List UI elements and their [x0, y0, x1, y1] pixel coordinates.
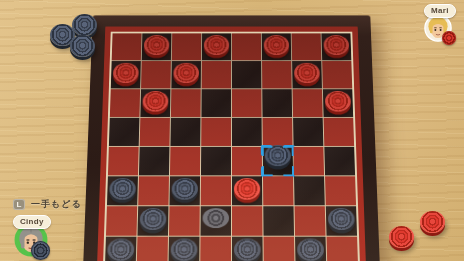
square-r1c5[interactable] — [232, 33, 261, 60]
black-piece[interactable] — [140, 208, 167, 230]
square-r4c4[interactable] — [201, 118, 231, 146]
square-r1c4[interactable] — [202, 33, 231, 60]
square-r2c2[interactable] — [141, 61, 171, 88]
l-button-icon: L — [13, 199, 25, 210]
red-piece[interactable] — [144, 35, 170, 55]
black-piece[interactable] — [297, 238, 324, 260]
square-r3c6[interactable] — [262, 89, 292, 117]
square-r6c2[interactable] — [138, 176, 169, 205]
captured-black-piece — [70, 35, 95, 57]
black-piece[interactable] — [171, 238, 198, 260]
square-r1c3[interactable] — [172, 33, 201, 60]
square-r1c6[interactable] — [262, 33, 291, 60]
square-r1c2[interactable] — [142, 33, 172, 60]
square-r7c2[interactable] — [137, 206, 168, 235]
square-r4c1[interactable] — [109, 118, 140, 146]
square-r8c3[interactable] — [168, 237, 199, 261]
square-r6c6[interactable] — [263, 176, 294, 205]
square-r2c6[interactable] — [262, 61, 292, 88]
black-piece[interactable] — [234, 238, 261, 260]
black-piece[interactable] — [172, 178, 199, 199]
square-r1c8[interactable] — [322, 33, 352, 60]
square-r6c5[interactable] — [232, 176, 262, 205]
square-r8c2[interactable] — [137, 237, 168, 261]
square-r3c2[interactable] — [140, 89, 170, 117]
square-r4c3[interactable] — [170, 118, 200, 146]
square-r5c5[interactable] — [232, 147, 262, 176]
red-piece[interactable] — [113, 62, 139, 82]
square-r5c4[interactable] — [201, 147, 231, 176]
checkers-board — [82, 15, 381, 261]
square-r1c1[interactable] — [112, 33, 142, 60]
square-r6c3[interactable] — [169, 176, 200, 205]
square-r6c4[interactable] — [201, 176, 231, 205]
current-player-name: Cindy — [13, 215, 51, 229]
black-ghost-piece — [203, 208, 230, 228]
square-r4c2[interactable] — [140, 118, 170, 146]
square-r3c8[interactable] — [323, 89, 353, 117]
square-r6c7[interactable] — [294, 176, 325, 205]
square-r2c4[interactable] — [202, 61, 231, 88]
square-r8c1[interactable] — [105, 237, 137, 261]
cindy-piece-color-badge — [31, 241, 50, 260]
black-piece[interactable] — [265, 145, 291, 166]
red-piece[interactable] — [264, 35, 290, 55]
game-stage: Mari L 一手もどる Cindy — [0, 0, 464, 261]
square-r4c6[interactable] — [263, 118, 293, 146]
square-r5c8[interactable] — [324, 147, 355, 176]
square-r6c1[interactable] — [107, 176, 138, 205]
square-r1c7[interactable] — [292, 33, 322, 60]
opponent-name: Mari — [424, 4, 456, 18]
red-piece[interactable] — [234, 178, 260, 199]
square-r2c5[interactable] — [232, 61, 261, 88]
undo-label: 一手もどる — [31, 198, 82, 211]
mari-piece-color-badge — [442, 31, 456, 45]
black-piece[interactable] — [109, 178, 136, 199]
square-r3c7[interactable] — [293, 89, 323, 117]
square-r3c1[interactable] — [110, 89, 140, 117]
red-piece[interactable] — [204, 35, 229, 55]
square-r2c1[interactable] — [111, 61, 141, 88]
red-piece[interactable] — [325, 91, 351, 112]
square-r7c7[interactable] — [295, 206, 326, 235]
square-r2c7[interactable] — [292, 61, 322, 88]
square-r8c6[interactable] — [264, 237, 295, 261]
square-r5c3[interactable] — [170, 147, 200, 176]
square-r6c8[interactable] — [325, 176, 356, 205]
square-r8c4[interactable] — [200, 237, 231, 261]
square-r7c1[interactable] — [106, 206, 137, 235]
square-r2c3[interactable] — [171, 61, 201, 88]
square-r8c7[interactable] — [295, 237, 326, 261]
square-r5c6[interactable] — [263, 147, 293, 176]
square-r7c8[interactable] — [326, 206, 357, 235]
square-r3c4[interactable] — [201, 89, 231, 117]
square-r8c8[interactable] — [327, 237, 359, 261]
square-r5c7[interactable] — [294, 147, 325, 176]
square-r5c2[interactable] — [139, 147, 170, 176]
square-r2c8[interactable] — [322, 61, 352, 88]
square-r4c5[interactable] — [232, 118, 262, 146]
undo-move-control[interactable]: L 一手もどる — [13, 198, 82, 211]
square-r3c5[interactable] — [232, 89, 262, 117]
captured-red-piece — [420, 211, 445, 233]
captured-black-piece — [72, 14, 97, 36]
square-r4c7[interactable] — [293, 118, 323, 146]
red-piece[interactable] — [173, 62, 199, 82]
board-grid — [103, 32, 360, 261]
red-piece[interactable] — [142, 91, 168, 112]
square-r7c6[interactable] — [263, 206, 294, 235]
square-r5c1[interactable] — [108, 147, 139, 176]
board-margin — [97, 27, 367, 261]
red-piece[interactable] — [323, 35, 349, 55]
square-r4c8[interactable] — [324, 118, 355, 146]
square-r7c4[interactable] — [200, 206, 231, 235]
board-frame — [82, 15, 381, 261]
black-piece[interactable] — [107, 238, 134, 260]
captured-red-piece — [389, 226, 414, 248]
red-piece[interactable] — [294, 62, 320, 82]
square-r8c5[interactable] — [232, 237, 263, 261]
black-piece[interactable] — [328, 208, 355, 230]
square-r7c5[interactable] — [232, 206, 263, 235]
square-r3c3[interactable] — [171, 89, 201, 117]
square-r7c3[interactable] — [169, 206, 200, 235]
